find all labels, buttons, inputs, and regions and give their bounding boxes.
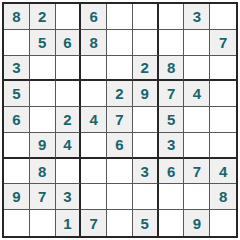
cell-r9c2[interactable]: [30, 210, 56, 236]
cell-r9c7[interactable]: [159, 210, 185, 236]
cell-r4c1[interactable]: 5: [4, 81, 30, 107]
cell-r1c9[interactable]: [210, 4, 236, 30]
cell-r7c5[interactable]: [107, 159, 133, 185]
cell-r5c9[interactable]: [210, 107, 236, 133]
cell-r6c6[interactable]: [133, 133, 159, 159]
cell-r2c9[interactable]: 7: [210, 30, 236, 56]
cell-r5c1[interactable]: 6: [4, 107, 30, 133]
cell-r7c3[interactable]: [56, 159, 82, 185]
cell-r5c8[interactable]: [184, 107, 210, 133]
cell-r9c5[interactable]: [107, 210, 133, 236]
cell-r9c8[interactable]: 9: [184, 210, 210, 236]
cell-r2c7[interactable]: [159, 30, 185, 56]
cell-r5c2[interactable]: [30, 107, 56, 133]
cell-r3c3[interactable]: [56, 56, 82, 82]
cell-r4c5[interactable]: 2: [107, 81, 133, 107]
sudoku-page: 82635687328529746247594638367497381759: [0, 0, 240, 240]
cell-r4c6[interactable]: 9: [133, 81, 159, 107]
cell-r4c8[interactable]: 4: [184, 81, 210, 107]
cell-r6c4[interactable]: [81, 133, 107, 159]
cell-r2c1[interactable]: [4, 30, 30, 56]
cell-r4c3[interactable]: [56, 81, 82, 107]
cell-r2c8[interactable]: [184, 30, 210, 56]
cell-r9c3[interactable]: 1: [56, 210, 82, 236]
cell-r3c2[interactable]: [30, 56, 56, 82]
cell-r8c4[interactable]: [81, 184, 107, 210]
cell-r8c2[interactable]: 7: [30, 184, 56, 210]
cell-r7c4[interactable]: [81, 159, 107, 185]
cell-r4c2[interactable]: [30, 81, 56, 107]
cell-r1c6[interactable]: [133, 4, 159, 30]
cell-r4c9[interactable]: [210, 81, 236, 107]
cell-r6c7[interactable]: 3: [159, 133, 185, 159]
cell-r9c6[interactable]: 5: [133, 210, 159, 236]
cell-r5c6[interactable]: [133, 107, 159, 133]
cell-r7c9[interactable]: 4: [210, 159, 236, 185]
cell-r9c9[interactable]: [210, 210, 236, 236]
cell-r1c2[interactable]: 2: [30, 4, 56, 30]
cell-r7c6[interactable]: 3: [133, 159, 159, 185]
cell-r1c5[interactable]: [107, 4, 133, 30]
cell-r8c7[interactable]: [159, 184, 185, 210]
cell-r3c1[interactable]: 3: [4, 56, 30, 82]
cell-r5c5[interactable]: 7: [107, 107, 133, 133]
cell-r9c1[interactable]: [4, 210, 30, 236]
cell-r6c9[interactable]: [210, 133, 236, 159]
cell-r2c3[interactable]: 6: [56, 30, 82, 56]
cell-r3c6[interactable]: 2: [133, 56, 159, 82]
cell-r1c4[interactable]: 6: [81, 4, 107, 30]
cell-r6c5[interactable]: 6: [107, 133, 133, 159]
cell-r1c1[interactable]: 8: [4, 4, 30, 30]
cell-r8c8[interactable]: [184, 184, 210, 210]
cell-r2c6[interactable]: [133, 30, 159, 56]
cell-r6c1[interactable]: [4, 133, 30, 159]
cell-r2c2[interactable]: 5: [30, 30, 56, 56]
cell-r4c7[interactable]: 7: [159, 81, 185, 107]
sudoku-board: 82635687328529746247594638367497381759: [2, 2, 238, 238]
cell-r7c8[interactable]: 7: [184, 159, 210, 185]
cell-r8c6[interactable]: [133, 184, 159, 210]
cell-r3c9[interactable]: [210, 56, 236, 82]
cell-r2c4[interactable]: 8: [81, 30, 107, 56]
cell-r1c7[interactable]: [159, 4, 185, 30]
cell-r8c9[interactable]: 8: [210, 184, 236, 210]
cell-r3c5[interactable]: [107, 56, 133, 82]
cell-r7c2[interactable]: 8: [30, 159, 56, 185]
cell-r8c3[interactable]: 3: [56, 184, 82, 210]
cell-r6c3[interactable]: 4: [56, 133, 82, 159]
cell-r1c8[interactable]: 3: [184, 4, 210, 30]
cell-r8c1[interactable]: 9: [4, 184, 30, 210]
cell-r3c4[interactable]: [81, 56, 107, 82]
cell-r5c3[interactable]: 2: [56, 107, 82, 133]
cell-r3c7[interactable]: 8: [159, 56, 185, 82]
cell-r7c7[interactable]: 6: [159, 159, 185, 185]
cell-r7c1[interactable]: [4, 159, 30, 185]
cell-r1c3[interactable]: [56, 4, 82, 30]
cell-r2c5[interactable]: [107, 30, 133, 56]
cell-r5c7[interactable]: 5: [159, 107, 185, 133]
cell-r3c8[interactable]: [184, 56, 210, 82]
cell-r9c4[interactable]: 7: [81, 210, 107, 236]
cell-r4c4[interactable]: [81, 81, 107, 107]
cell-r6c2[interactable]: 9: [30, 133, 56, 159]
cell-r6c8[interactable]: [184, 133, 210, 159]
cell-r8c5[interactable]: [107, 184, 133, 210]
cell-r5c4[interactable]: 4: [81, 107, 107, 133]
